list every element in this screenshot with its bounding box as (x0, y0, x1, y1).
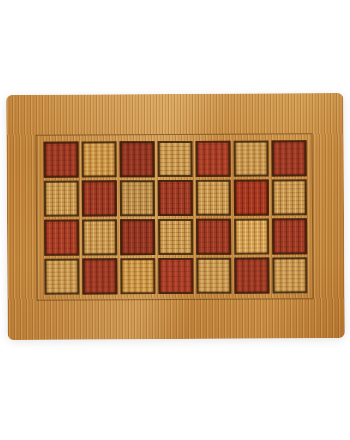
board-cell-r1c2-gold (82, 141, 117, 177)
board-cell-r1c1-red (44, 142, 79, 178)
board-cell-r4c6-red (234, 257, 269, 293)
board-cell-r1c5-red (196, 141, 231, 177)
board-cell-r4c4-red (158, 258, 193, 294)
board-cell-r2c3-gold (120, 180, 155, 216)
board-cell-r1c4-gold (158, 141, 193, 177)
board-cell-r4c5-gold (196, 258, 231, 294)
board-cell-r3c1-red (44, 220, 79, 256)
checkerboard-grid (44, 140, 308, 295)
board-cell-r2c7-gold (272, 179, 307, 215)
board-cell-r3c3-red (120, 219, 155, 255)
board-cell-r2c4-red (158, 180, 193, 216)
board-cell-r3c6-gold (234, 218, 269, 254)
board-cell-r3c2-gold (82, 219, 117, 255)
board-cell-r3c7-red (272, 218, 307, 254)
board-cell-r4c3-gold (120, 258, 155, 294)
board-cell-r3c5-red (196, 219, 231, 255)
board-cell-r4c1-gold (44, 259, 79, 295)
board-cell-r2c1-gold (44, 181, 79, 217)
rug (6, 93, 344, 340)
board-cell-r2c6-red (234, 179, 269, 215)
board-cell-r4c7-gold (272, 257, 307, 293)
board-cell-r4c2-red (82, 258, 117, 294)
checkerboard-field-outline (35, 133, 313, 301)
board-cell-r1c3-red (120, 141, 155, 177)
board-cell-r3c4-gold (158, 219, 193, 255)
board-cell-r1c7-red (272, 140, 307, 176)
board-cell-r2c2-red (82, 180, 117, 216)
board-cell-r2c5-gold (196, 180, 231, 216)
rug-photo (0, 0, 350, 440)
board-cell-r1c6-gold (234, 140, 269, 176)
